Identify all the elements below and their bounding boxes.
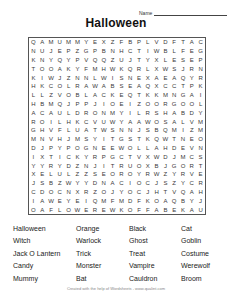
grid-cell-r6c7: A	[82, 82, 91, 91]
grid-cell-r15c11: R	[117, 161, 126, 170]
grid-cell-r13c5: P	[64, 144, 73, 153]
grid-cell-r1c4: U	[55, 38, 64, 47]
grid-cell-r4c18: J	[179, 64, 188, 73]
grid-cell-r3c1: K	[29, 56, 38, 65]
grid-cell-r14c3: T	[47, 152, 56, 161]
grid-cell-r8c1: H	[29, 100, 38, 109]
grid-cell-r11c7: A	[82, 126, 91, 135]
grid-cell-r8c10: O	[108, 100, 117, 109]
grid-cell-r17c7: Y	[82, 179, 91, 188]
grid-cell-r6c19: P	[187, 82, 196, 91]
grid-cell-r9c7: R	[82, 108, 91, 117]
grid-cell-r12c18: N	[179, 135, 188, 144]
grid-cell-r5c5: Z	[64, 73, 73, 82]
grid-cell-r12c9: I	[99, 135, 108, 144]
grid-cell-r8c3: M	[47, 100, 56, 109]
grid-cell-r5c2: I	[38, 73, 47, 82]
grid-cell-r2c7: G	[82, 47, 91, 56]
grid-cell-r13c14: L	[143, 144, 152, 153]
grid-cell-r18c13: C	[135, 188, 144, 197]
grid-cell-r5c20: R	[196, 73, 205, 82]
grid-cell-r9c14: R	[143, 108, 152, 117]
grid-cell-r18c18: Q	[179, 188, 188, 197]
grid-cell-r5c10: I	[108, 73, 117, 82]
grid-cell-r4c12: Q	[126, 64, 135, 73]
grid-cell-r11c11: N	[117, 126, 126, 135]
grid-cell-r19c1: I	[29, 196, 38, 205]
word-list-item: Halloween	[13, 225, 76, 232]
grid-cell-r15c8: J	[91, 161, 100, 170]
grid-cell-r6c9: A	[99, 82, 108, 91]
grid-cell-r8c7: P	[82, 100, 91, 109]
grid-cell-r3c4: Q	[55, 56, 64, 65]
grid-cell-r20c17: E	[170, 205, 179, 214]
grid-cell-r8c8: J	[91, 100, 100, 109]
grid-cell-r8c11: E	[117, 100, 126, 109]
word-list-item: Cauldron	[129, 275, 181, 282]
grid-cell-r20c12: O	[126, 205, 135, 214]
grid-cell-r19c11: M	[117, 196, 126, 205]
grid-cell-r13c11: W	[117, 144, 126, 153]
grid-cell-r7c18: G	[179, 91, 188, 100]
grid-cell-r11c8: T	[91, 126, 100, 135]
grid-cell-r13c10: E	[108, 144, 117, 153]
grid-cell-r16c7: Z	[82, 170, 91, 179]
grid-cell-r8c2: B	[38, 100, 47, 109]
grid-cell-r17c14: C	[143, 179, 152, 188]
grid-cell-r12c2: N	[38, 135, 47, 144]
grid-cell-r3c14: Y	[143, 56, 152, 65]
word-list: HalloweenOrangeBlackCatWitchWarlockGhost…	[13, 222, 223, 285]
grid-cell-r16c13: Y	[135, 170, 144, 179]
grid-cell-r1c7: Y	[82, 38, 91, 47]
grid-cell-r10c13: A	[135, 117, 144, 126]
grid-cell-r16c11: R	[117, 170, 126, 179]
grid-cell-r6c3: C	[47, 82, 56, 91]
word-list-item: Vampire	[129, 262, 181, 269]
grid-cell-r6c5: L	[64, 82, 73, 91]
grid-cell-r9c4: U	[55, 108, 64, 117]
grid-cell-r6c8: W	[91, 82, 100, 91]
grid-cell-r14c11: C	[117, 152, 126, 161]
grid-cell-r20c18: K	[179, 205, 188, 214]
grid-cell-r12c15: Q	[152, 135, 161, 144]
grid-cell-r10c4: L	[55, 117, 64, 126]
grid-cell-r7c16: M	[161, 91, 170, 100]
grid-cell-r2c8: P	[91, 47, 100, 56]
grid-cell-r15c7: N	[82, 161, 91, 170]
grid-cell-r10c11: Y	[117, 117, 126, 126]
grid-cell-r13c18: E	[179, 144, 188, 153]
word-list-item: Trick	[76, 250, 129, 257]
grid-cell-r20c16: B	[161, 205, 170, 214]
grid-cell-r10c2: O	[38, 117, 47, 126]
grid-cell-r6c17: C	[170, 82, 179, 91]
grid-cell-r6c11: S	[117, 82, 126, 91]
grid-cell-r7c6: B	[73, 91, 82, 100]
grid-cell-r17c10: A	[108, 179, 117, 188]
grid-cell-r15c6: Z	[73, 161, 82, 170]
grid-cell-r11c16: Q	[161, 126, 170, 135]
grid-cell-r3c20: P	[196, 56, 205, 65]
grid-cell-r1c16: D	[161, 38, 170, 47]
grid-cell-r5c15: A	[152, 73, 161, 82]
grid-cell-r2c3: J	[47, 47, 56, 56]
grid-cell-r14c6: K	[73, 152, 82, 161]
grid-cell-r19c4: E	[55, 196, 64, 205]
grid-cell-r19c7: I	[82, 196, 91, 205]
grid-cell-r17c12: I	[126, 179, 135, 188]
grid-cell-r15c17: G	[170, 161, 179, 170]
grid-cell-r6c10: B	[108, 82, 117, 91]
word-list-item: Werewolf	[181, 262, 223, 269]
grid-cell-r1c15: V	[152, 38, 161, 47]
grid-cell-r2c11: H	[117, 47, 126, 56]
grid-cell-r9c6: D	[73, 108, 82, 117]
grid-cell-r16c2: E	[38, 170, 47, 179]
word-list-item: Costume	[181, 250, 223, 257]
grid-cell-r14c7: Y	[82, 152, 91, 161]
grid-cell-r4c16: W	[161, 64, 170, 73]
grid-cell-r20c20: U	[196, 205, 205, 214]
grid-cell-r19c5: Y	[64, 196, 73, 205]
grid-cell-r9c18: B	[179, 108, 188, 117]
word-search-worksheet: { "game": "word-search", "title": "Hallo…	[0, 0, 232, 300]
grid-cell-r11c9: W	[99, 126, 108, 135]
grid-cell-r15c10: T	[108, 161, 117, 170]
grid-cell-r5c13: E	[135, 73, 144, 82]
grid-cell-r6c15: X	[152, 82, 161, 91]
grid-cell-r2c15: W	[152, 47, 161, 56]
grid-cell-r4c2: O	[38, 64, 47, 73]
grid-cell-r12c20: O	[196, 135, 205, 144]
grid-cell-r1c11: F	[117, 38, 126, 47]
grid-cell-r8c18: O	[179, 100, 188, 109]
grid-cell-r16c6: Z	[73, 170, 82, 179]
grid-cell-r11c19: Z	[187, 126, 196, 135]
grid-cell-r13c15: A	[152, 144, 161, 153]
grid-cell-r18c19: A	[187, 188, 196, 197]
grid-cell-r2c10: N	[108, 47, 117, 56]
grid-cell-r16c12: O	[126, 170, 135, 179]
grid-cell-r4c15: X	[152, 64, 161, 73]
grid-cell-r16c20: E	[196, 170, 205, 179]
grid-cell-r14c19: C	[187, 152, 196, 161]
grid-cell-r1c17: F	[170, 38, 179, 47]
grid-cell-r16c18: R	[179, 170, 188, 179]
grid-cell-r20c2: A	[38, 205, 47, 214]
grid-cell-r4c3: O	[47, 64, 56, 73]
grid-cell-r12c5: J	[64, 135, 73, 144]
grid-cell-r12c8: Y	[91, 135, 100, 144]
grid-cell-r18c8: Z	[91, 188, 100, 197]
grid-cell-r14c17: J	[170, 152, 179, 161]
grid-cell-r7c14: K	[143, 91, 152, 100]
grid-cell-r2c4: E	[55, 47, 64, 56]
grid-cell-r3c19: E	[187, 56, 196, 65]
grid-cell-r4c8: M	[91, 64, 100, 73]
grid-cell-r1c3: M	[47, 38, 56, 47]
grid-cell-r11c3: V	[47, 126, 56, 135]
grid-cell-r3c6: P	[73, 56, 82, 65]
grid-cell-r7c10: K	[108, 91, 117, 100]
grid-cell-r18c2: D	[38, 188, 47, 197]
grid-cell-r14c12: T	[126, 152, 135, 161]
grid-cell-r7c9: C	[99, 91, 108, 100]
grid-cell-r10c15: O	[152, 117, 161, 126]
grid-cell-r13c6: O	[73, 144, 82, 153]
grid-cell-r10c7: C	[82, 117, 91, 126]
grid-cell-r5c12: N	[126, 73, 135, 82]
grid-cell-r16c8: S	[91, 170, 100, 179]
grid-cell-r7c7: L	[82, 91, 91, 100]
grid-cell-r1c8: E	[91, 38, 100, 47]
grid-cell-r1c6: M	[73, 38, 82, 47]
grid-cell-r2c20: G	[196, 47, 205, 56]
grid-cell-r10c17: A	[170, 117, 179, 126]
grid-cell-r18c12: O	[126, 188, 135, 197]
grid-cell-r4c20: N	[196, 64, 205, 73]
grid-cell-r20c15: A	[152, 205, 161, 214]
grid-cell-r7c20: I	[196, 91, 205, 100]
grid-cell-r8c12: I	[126, 100, 135, 109]
grid-cell-r17c3: B	[47, 179, 56, 188]
grid-cell-r3c10: Z	[108, 56, 117, 65]
grid-cell-r19c20: J	[196, 196, 205, 205]
grid-cell-r12c1: M	[29, 135, 38, 144]
grid-cell-r19c6: E	[73, 196, 82, 205]
grid-cell-r14c4: I	[55, 152, 64, 161]
grid-cell-r3c12: J	[126, 56, 135, 65]
grid-cell-r13c17: D	[170, 144, 179, 153]
grid-cell-r10c16: S	[161, 117, 170, 126]
grid-cell-r16c3: L	[47, 170, 56, 179]
grid-cell-r2c12: C	[126, 47, 135, 56]
word-list-item: Orange	[76, 225, 129, 232]
word-list-item: Cat	[181, 225, 223, 232]
grid-cell-r7c19: A	[187, 91, 196, 100]
grid-cell-r12c3: V	[47, 135, 56, 144]
grid-cell-r3c3: Y	[47, 56, 56, 65]
grid-cell-r8c20: L	[196, 100, 205, 109]
grid-cell-r13c1: D	[29, 144, 38, 153]
grid-cell-r19c13: F	[135, 196, 144, 205]
grid-cell-r17c6: Y	[73, 179, 82, 188]
grid-cell-r15c2: Y	[38, 161, 47, 170]
grid-cell-r14c16: D	[161, 152, 170, 161]
grid-cell-r7c13: T	[135, 91, 144, 100]
grid-cell-r8c5: J	[64, 100, 73, 109]
grid-cell-r11c13: J	[135, 126, 144, 135]
word-list-item: Goblin	[181, 237, 223, 244]
grid-cell-r12c19: E	[187, 135, 196, 144]
grid-cell-r15c3: R	[47, 161, 56, 170]
word-list-item: Bat	[76, 275, 129, 282]
grid-cell-r6c14: Q	[143, 82, 152, 91]
grid-cell-r11c6: U	[73, 126, 82, 135]
grid-cell-r13c13: L	[135, 144, 144, 153]
grid-cell-r9c15: S	[152, 108, 161, 117]
grid-cell-r3c5: Y	[64, 56, 73, 65]
grid-cell-r2c19: E	[187, 47, 196, 56]
grid-cell-r18c7: R	[82, 188, 91, 197]
grid-cell-r12c17: T	[170, 135, 179, 144]
grid-cell-r15c5: D	[64, 161, 73, 170]
grid-cell-r7c15: K	[152, 91, 161, 100]
grid-cell-r19c12: D	[126, 196, 135, 205]
grid-cell-r12c14: K	[143, 135, 152, 144]
grid-cell-r18c20: H	[196, 188, 205, 197]
grid-cell-r17c20: R	[196, 179, 205, 188]
grid-cell-r8c14: O	[143, 100, 152, 109]
grid-cell-r3c16: L	[161, 56, 170, 65]
grid-cell-r7c2: L	[38, 91, 47, 100]
grid-cell-r17c2: S	[38, 179, 47, 188]
grid-cell-r8c9: I	[99, 100, 108, 109]
grid-cell-r7c5: O	[64, 91, 73, 100]
grid-cell-r16c16: Z	[161, 170, 170, 179]
grid-cell-r1c18: T	[179, 38, 188, 47]
grid-cell-r20c1: O	[29, 205, 38, 214]
grid-cell-r19c15: O	[152, 196, 161, 205]
grid-cell-r17c17: Z	[170, 179, 179, 188]
grid-cell-r5c8: L	[91, 73, 100, 82]
grid-cell-r5c14: X	[143, 73, 152, 82]
grid-cell-r3c8: Q	[91, 56, 100, 65]
grid-cell-r14c13: V	[135, 152, 144, 161]
grid-cell-r6c18: T	[179, 82, 188, 91]
grid-cell-r9c10: M	[108, 108, 117, 117]
grid-cell-r6c12: E	[126, 82, 135, 91]
grid-cell-r13c3: P	[47, 144, 56, 153]
grid-cell-r12c10: T	[108, 135, 117, 144]
grid-cell-r1c13: P	[135, 38, 144, 47]
grid-cell-r20c7: E	[82, 205, 91, 214]
grid-cell-r17c1: J	[29, 179, 38, 188]
grid-cell-r8c6: P	[73, 100, 82, 109]
grid-cell-r17c18: Y	[179, 179, 188, 188]
word-list-item: Witch	[13, 237, 76, 244]
word-list-item: Monster	[76, 262, 129, 269]
grid-cell-r3c9: Q	[99, 56, 108, 65]
grid-cell-r7c11: E	[117, 91, 126, 100]
grid-cell-r9c11: Y	[117, 108, 126, 117]
grid-cell-r7c4: V	[55, 91, 64, 100]
grid-cell-r17c11: C	[117, 179, 126, 188]
grid-cell-r14c9: P	[99, 152, 108, 161]
grid-cell-r13c16: H	[161, 144, 170, 153]
grid-cell-r16c14: R	[143, 170, 152, 179]
grid-cell-r1c2: A	[38, 38, 47, 47]
grid-cell-r4c1: T	[29, 64, 38, 73]
grid-cell-r6c1: H	[29, 82, 38, 91]
grid-cell-r4c11: K	[117, 64, 126, 73]
grid-cell-r11c17: M	[170, 126, 179, 135]
grid-cell-r20c10: W	[108, 205, 117, 214]
grid-cell-r5c6: N	[73, 73, 82, 82]
grid-cell-r10c14: W	[143, 117, 152, 126]
grid-cell-r18c10: J	[108, 188, 117, 197]
grid-cell-r12c12: S	[126, 135, 135, 144]
grid-cell-r19c8: Q	[91, 196, 100, 205]
grid-cell-r8c17: G	[170, 100, 179, 109]
grid-cell-r5c1: K	[29, 73, 38, 82]
grid-cell-r15c19: R	[187, 161, 196, 170]
grid-cell-r7c1: L	[29, 91, 38, 100]
grid-cell-r17c15: J	[152, 179, 161, 188]
grid-cell-r15c18: O	[179, 161, 188, 170]
grid-cell-r11c2: H	[38, 126, 47, 135]
grid-cell-r9c1: A	[29, 108, 38, 117]
grid-cell-r16c19: V	[187, 170, 196, 179]
grid-cell-r17c9: N	[99, 179, 108, 188]
grid-cell-r14c20: S	[196, 152, 205, 161]
grid-cell-r2c1: N	[29, 47, 38, 56]
grid-cell-r19c16: A	[161, 196, 170, 205]
grid-cell-r9c12: I	[126, 108, 135, 117]
word-grid: QAMUMMYEXZFBPLVDFTACNUJEPZGPBNHCTIWBLFEG…	[28, 37, 206, 215]
grid-cell-r20c14: F	[143, 205, 152, 214]
grid-cell-r5c9: W	[99, 73, 108, 82]
grid-cell-r9c8: O	[91, 108, 100, 117]
grid-cell-r4c7: F	[82, 64, 91, 73]
grid-cell-r3c2: N	[38, 56, 47, 65]
grid-cell-r14c1: I	[29, 152, 38, 161]
grid-cell-r4c6: Y	[73, 64, 82, 73]
grid-cell-r19c10: F	[108, 196, 117, 205]
grid-cell-r16c4: U	[55, 170, 64, 179]
grid-cell-r2c5: P	[64, 47, 73, 56]
grid-cell-r2c6: Z	[73, 47, 82, 56]
grid-cell-r8c15: O	[152, 100, 161, 109]
grid-cell-r13c20: N	[196, 144, 205, 153]
grid-cell-r17c13: O	[135, 179, 144, 188]
grid-cell-r19c14: K	[143, 196, 152, 205]
grid-cell-r11c14: S	[143, 126, 152, 135]
grid-cell-r16c5: L	[64, 170, 73, 179]
grid-cell-r13c9: E	[99, 144, 108, 153]
grid-cell-r2c17: L	[170, 47, 179, 56]
grid-cell-r13c19: V	[187, 144, 196, 153]
grid-cell-r17c5: W	[64, 179, 73, 188]
grid-cell-r19c9: M	[99, 196, 108, 205]
grid-cell-r7c8: A	[91, 91, 100, 100]
grid-cell-r3c13: T	[135, 56, 144, 65]
grid-cell-r16c9: E	[99, 170, 108, 179]
grid-cell-r5c17: A	[170, 73, 179, 82]
grid-cell-r8c13: Z	[135, 100, 144, 109]
grid-cell-r4c19: R	[187, 64, 196, 73]
grid-cell-r10c20: M	[196, 117, 205, 126]
word-list-item: Warlock	[76, 237, 129, 244]
grid-cell-r13c7: G	[82, 144, 91, 153]
grid-cell-r7c3: Z	[47, 91, 56, 100]
grid-cell-r7c12: Q	[126, 91, 135, 100]
grid-cell-r19c18: B	[179, 196, 188, 205]
grid-cell-r11c18: I	[179, 126, 188, 135]
grid-cell-r11c5: L	[64, 126, 73, 135]
grid-cell-r18c6: X	[73, 188, 82, 197]
grid-cell-r8c4: Q	[55, 100, 64, 109]
grid-cell-r15c14: X	[143, 161, 152, 170]
grid-cell-r8c16: R	[161, 100, 170, 109]
grid-cell-r14c14: X	[143, 152, 152, 161]
grid-cell-r6c13: A	[135, 82, 144, 91]
grid-cell-r4c13: R	[135, 64, 144, 73]
grid-cell-r9c16: H	[161, 108, 170, 117]
grid-cell-r9c3: A	[47, 108, 56, 117]
grid-cell-r18c11: Y	[117, 188, 126, 197]
